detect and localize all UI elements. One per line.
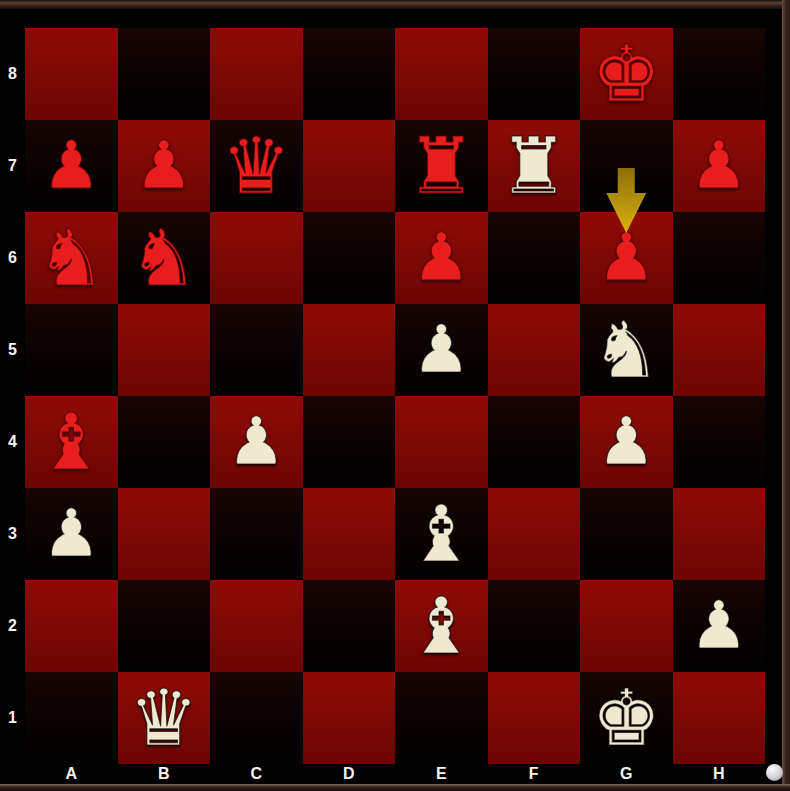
rank-label-2: 2 bbox=[0, 580, 25, 672]
side-to-move-indicator bbox=[766, 764, 783, 781]
red-pawn-b7: ♟ bbox=[134, 120, 193, 212]
rank-label-4: 4 bbox=[0, 396, 25, 488]
red-knight-b6: ♞ bbox=[129, 212, 199, 304]
square-c1[interactable] bbox=[210, 672, 303, 764]
square-a5[interactable] bbox=[25, 304, 118, 396]
file-label-e: E bbox=[395, 764, 488, 784]
red-king-g8: ♚ bbox=[591, 28, 661, 120]
white-pawn-g4: ♟ bbox=[597, 396, 656, 488]
square-b2[interactable] bbox=[118, 580, 211, 672]
square-c2[interactable] bbox=[210, 580, 303, 672]
file-label-f: F bbox=[488, 764, 581, 784]
white-queen-b1: ♛ bbox=[129, 672, 199, 764]
square-c4[interactable]: ♟ bbox=[210, 396, 303, 488]
wood-frame-top bbox=[0, 0, 790, 9]
square-c7[interactable]: ♛ bbox=[210, 120, 303, 212]
white-pawn-e5: ♟ bbox=[412, 304, 471, 396]
square-d5[interactable] bbox=[303, 304, 396, 396]
square-b7[interactable]: ♟ bbox=[118, 120, 211, 212]
white-pawn-h2: ♟ bbox=[689, 580, 748, 672]
square-c8[interactable] bbox=[210, 28, 303, 120]
square-e7[interactable]: ♜ bbox=[395, 120, 488, 212]
file-label-h: H bbox=[673, 764, 766, 784]
rank-label-3: 3 bbox=[0, 488, 25, 580]
square-a4[interactable]: ♝ bbox=[25, 396, 118, 488]
square-d3[interactable] bbox=[303, 488, 396, 580]
rank-label-6: 6 bbox=[0, 212, 25, 304]
square-b3[interactable] bbox=[118, 488, 211, 580]
white-bishop-e2: ♝ bbox=[406, 580, 476, 672]
rank-label-5: 5 bbox=[0, 304, 25, 396]
square-d6[interactable] bbox=[303, 212, 396, 304]
file-label-c: C bbox=[210, 764, 303, 784]
square-h3[interactable] bbox=[673, 488, 766, 580]
square-e8[interactable] bbox=[395, 28, 488, 120]
square-g8[interactable]: ♚ bbox=[580, 28, 673, 120]
square-a8[interactable] bbox=[25, 28, 118, 120]
square-e6[interactable]: ♟ bbox=[395, 212, 488, 304]
square-f6[interactable] bbox=[488, 212, 581, 304]
red-bishop-a4: ♝ bbox=[36, 396, 106, 488]
square-d8[interactable] bbox=[303, 28, 396, 120]
square-a2[interactable] bbox=[25, 580, 118, 672]
square-h4[interactable] bbox=[673, 396, 766, 488]
square-g4[interactable]: ♟ bbox=[580, 396, 673, 488]
square-b5[interactable] bbox=[118, 304, 211, 396]
square-b8[interactable] bbox=[118, 28, 211, 120]
square-e3[interactable]: ♝ bbox=[395, 488, 488, 580]
square-f3[interactable] bbox=[488, 488, 581, 580]
square-e5[interactable]: ♟ bbox=[395, 304, 488, 396]
white-pawn-c4: ♟ bbox=[227, 396, 286, 488]
square-d2[interactable] bbox=[303, 580, 396, 672]
white-bishop-e3: ♝ bbox=[406, 488, 476, 580]
square-f5[interactable] bbox=[488, 304, 581, 396]
file-label-g: G bbox=[580, 764, 673, 784]
square-d1[interactable] bbox=[303, 672, 396, 764]
square-e2[interactable]: ♝ bbox=[395, 580, 488, 672]
rank-label-8: 8 bbox=[0, 28, 25, 120]
square-f4[interactable] bbox=[488, 396, 581, 488]
file-label-d: D bbox=[303, 764, 396, 784]
wood-frame-right bbox=[782, 0, 790, 791]
red-knight-a6: ♞ bbox=[36, 212, 106, 304]
file-label-b: B bbox=[118, 764, 211, 784]
rank-label-1: 1 bbox=[0, 672, 25, 764]
square-g7[interactable] bbox=[580, 120, 673, 212]
square-f8[interactable] bbox=[488, 28, 581, 120]
white-pawn-a3: ♟ bbox=[42, 488, 101, 580]
square-b6[interactable]: ♞ bbox=[118, 212, 211, 304]
square-a7[interactable]: ♟ bbox=[25, 120, 118, 212]
square-g1[interactable]: ♚ bbox=[580, 672, 673, 764]
square-a3[interactable]: ♟ bbox=[25, 488, 118, 580]
square-d7[interactable] bbox=[303, 120, 396, 212]
chess-board-window: ♚♟♟♛♜♜♟♞♞♟♟♟♞♝♟♟♟♝♝♟♛♚ 87654321 ABCDEFGH bbox=[0, 0, 790, 791]
square-e4[interactable] bbox=[395, 396, 488, 488]
red-pawn-g6: ♟ bbox=[597, 212, 656, 304]
square-b4[interactable] bbox=[118, 396, 211, 488]
square-g6[interactable]: ♟ bbox=[580, 212, 673, 304]
square-g5[interactable]: ♞ bbox=[580, 304, 673, 396]
red-queen-c7: ♛ bbox=[221, 120, 291, 212]
red-pawn-e6: ♟ bbox=[412, 212, 471, 304]
square-b1[interactable]: ♛ bbox=[118, 672, 211, 764]
file-label-a: A bbox=[25, 764, 118, 784]
square-d4[interactable] bbox=[303, 396, 396, 488]
square-f7[interactable]: ♜ bbox=[488, 120, 581, 212]
square-c5[interactable] bbox=[210, 304, 303, 396]
white-rook-f7: ♜ bbox=[499, 120, 569, 212]
chess-board: ♚♟♟♛♜♜♟♞♞♟♟♟♞♝♟♟♟♝♝♟♛♚ bbox=[25, 28, 765, 764]
square-h2[interactable]: ♟ bbox=[673, 580, 766, 672]
square-a1[interactable] bbox=[25, 672, 118, 764]
white-knight-g5: ♞ bbox=[591, 304, 661, 396]
square-f1[interactable] bbox=[488, 672, 581, 764]
red-rook-e7: ♜ bbox=[406, 120, 476, 212]
square-h7[interactable]: ♟ bbox=[673, 120, 766, 212]
square-g2[interactable] bbox=[580, 580, 673, 672]
square-c6[interactable] bbox=[210, 212, 303, 304]
white-king-g1: ♚ bbox=[591, 672, 661, 764]
wood-frame-bottom bbox=[0, 784, 790, 791]
square-h5[interactable] bbox=[673, 304, 766, 396]
square-a6[interactable]: ♞ bbox=[25, 212, 118, 304]
rank-label-7: 7 bbox=[0, 120, 25, 212]
square-h1[interactable] bbox=[673, 672, 766, 764]
square-g3[interactable] bbox=[580, 488, 673, 580]
square-h8[interactable] bbox=[673, 28, 766, 120]
square-h6[interactable] bbox=[673, 212, 766, 304]
red-pawn-h7: ♟ bbox=[689, 120, 748, 212]
square-e1[interactable] bbox=[395, 672, 488, 764]
square-c3[interactable] bbox=[210, 488, 303, 580]
square-f2[interactable] bbox=[488, 580, 581, 672]
red-pawn-a7: ♟ bbox=[42, 120, 101, 212]
